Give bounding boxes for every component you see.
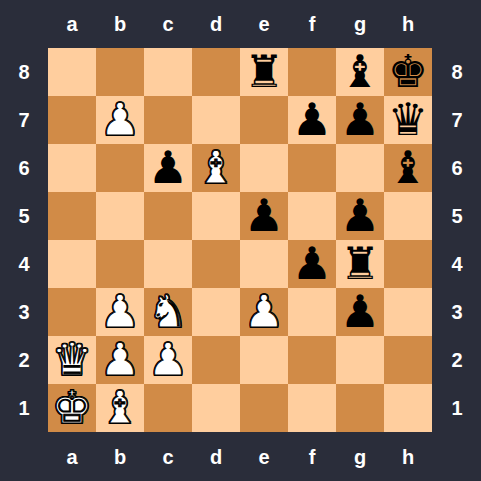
square-b5[interactable] [96, 192, 144, 240]
rank-labels-left: 87654321 [0, 48, 48, 432]
square-b6[interactable] [96, 144, 144, 192]
square-f1[interactable] [288, 384, 336, 432]
file-labels-bottom: abcdefgh [48, 433, 432, 481]
square-d2[interactable] [192, 336, 240, 384]
piece-black-bishop[interactable]: ♝ [388, 145, 428, 190]
square-a6[interactable] [48, 144, 96, 192]
piece-black-rook[interactable]: ♜ [340, 241, 380, 286]
piece-white-pawn[interactable]: ♟ [244, 289, 284, 334]
rank-label-3: 3 [0, 288, 48, 336]
piece-black-pawn[interactable]: ♟ [340, 97, 380, 142]
square-e7[interactable] [240, 96, 288, 144]
file-labels-top: abcdefgh [48, 0, 432, 48]
square-h1[interactable] [384, 384, 432, 432]
square-e5[interactable]: ♟ [240, 192, 288, 240]
square-d4[interactable] [192, 240, 240, 288]
file-label-g: g [336, 433, 384, 481]
rank-label-4: 4 [0, 240, 48, 288]
square-h6[interactable]: ♝ [384, 144, 432, 192]
file-label-c: c [144, 0, 192, 48]
file-label-b: b [96, 0, 144, 48]
file-label-d: d [192, 0, 240, 48]
square-h5[interactable] [384, 192, 432, 240]
chess-board-panel: abcdefgh 87654321 ♜♝♚♟♟♟♛♟♝♝♟♟♟♜♟♞♟♟♛♟♟♚… [0, 0, 481, 481]
square-e3[interactable]: ♟ [240, 288, 288, 336]
square-c7[interactable] [144, 96, 192, 144]
piece-black-pawn[interactable]: ♟ [244, 193, 284, 238]
rank-label-8: 8 [0, 48, 48, 96]
square-e2[interactable] [240, 336, 288, 384]
square-d3[interactable] [192, 288, 240, 336]
file-label-h: h [384, 0, 432, 48]
piece-white-pawn[interactable]: ♟ [148, 337, 188, 382]
piece-black-pawn[interactable]: ♟ [292, 241, 332, 286]
square-g2[interactable] [336, 336, 384, 384]
piece-white-pawn[interactable]: ♟ [100, 97, 140, 142]
file-label-a: a [48, 0, 96, 48]
square-a1[interactable]: ♚ [48, 384, 96, 432]
piece-black-bishop[interactable]: ♝ [340, 49, 380, 94]
piece-white-pawn[interactable]: ♟ [100, 289, 140, 334]
square-f8[interactable] [288, 48, 336, 96]
square-g1[interactable] [336, 384, 384, 432]
rank-label-6: 6 [0, 144, 48, 192]
square-c3[interactable]: ♞ [144, 288, 192, 336]
file-label-b: b [96, 433, 144, 481]
file-label-g: g [336, 0, 384, 48]
piece-black-king[interactable]: ♚ [388, 49, 428, 94]
square-c4[interactable] [144, 240, 192, 288]
square-h3[interactable] [384, 288, 432, 336]
square-a4[interactable] [48, 240, 96, 288]
square-d5[interactable] [192, 192, 240, 240]
square-g7[interactable]: ♟ [336, 96, 384, 144]
square-e1[interactable] [240, 384, 288, 432]
rank-label-1: 1 [0, 384, 48, 432]
square-e6[interactable] [240, 144, 288, 192]
piece-white-bishop[interactable]: ♝ [196, 145, 236, 190]
rank-labels-right: 87654321 [433, 48, 481, 432]
square-f2[interactable] [288, 336, 336, 384]
piece-black-pawn[interactable]: ♟ [148, 145, 188, 190]
square-d1[interactable] [192, 384, 240, 432]
square-a7[interactable] [48, 96, 96, 144]
square-g8[interactable]: ♝ [336, 48, 384, 96]
square-h4[interactable] [384, 240, 432, 288]
square-c5[interactable] [144, 192, 192, 240]
square-d7[interactable] [192, 96, 240, 144]
square-e8[interactable]: ♜ [240, 48, 288, 96]
piece-white-king[interactable]: ♚ [52, 385, 92, 430]
rank-label-4: 4 [433, 240, 481, 288]
square-b3[interactable]: ♟ [96, 288, 144, 336]
piece-white-pawn[interactable]: ♟ [100, 337, 140, 382]
file-label-e: e [240, 433, 288, 481]
square-b2[interactable]: ♟ [96, 336, 144, 384]
square-c8[interactable] [144, 48, 192, 96]
rank-label-2: 2 [0, 336, 48, 384]
rank-label-1: 1 [433, 384, 481, 432]
square-b8[interactable] [96, 48, 144, 96]
square-h8[interactable]: ♚ [384, 48, 432, 96]
piece-black-pawn[interactable]: ♟ [340, 193, 380, 238]
square-f3[interactable] [288, 288, 336, 336]
file-label-f: f [288, 0, 336, 48]
square-a2[interactable]: ♛ [48, 336, 96, 384]
file-label-f: f [288, 433, 336, 481]
rank-label-5: 5 [0, 192, 48, 240]
piece-white-bishop[interactable]: ♝ [100, 385, 140, 430]
square-f7[interactable]: ♟ [288, 96, 336, 144]
rank-label-5: 5 [433, 192, 481, 240]
piece-white-queen[interactable]: ♛ [52, 337, 92, 382]
square-g6[interactable] [336, 144, 384, 192]
square-f6[interactable] [288, 144, 336, 192]
piece-white-knight[interactable]: ♞ [148, 289, 188, 334]
square-g5[interactable]: ♟ [336, 192, 384, 240]
square-b1[interactable]: ♝ [96, 384, 144, 432]
square-f5[interactable] [288, 192, 336, 240]
file-label-h: h [384, 433, 432, 481]
square-c6[interactable]: ♟ [144, 144, 192, 192]
square-h7[interactable]: ♛ [384, 96, 432, 144]
piece-black-pawn[interactable]: ♟ [292, 97, 332, 142]
square-h2[interactable] [384, 336, 432, 384]
chess-board: ♜♝♚♟♟♟♛♟♝♝♟♟♟♜♟♞♟♟♛♟♟♚♝ [48, 48, 432, 432]
file-label-c: c [144, 433, 192, 481]
file-label-d: d [192, 433, 240, 481]
rank-label-6: 6 [433, 144, 481, 192]
rank-label-8: 8 [433, 48, 481, 96]
rank-label-3: 3 [433, 288, 481, 336]
square-d6[interactable]: ♝ [192, 144, 240, 192]
piece-black-rook[interactable]: ♜ [244, 49, 284, 94]
file-label-e: e [240, 0, 288, 48]
square-a8[interactable] [48, 48, 96, 96]
square-f4[interactable]: ♟ [288, 240, 336, 288]
square-c1[interactable] [144, 384, 192, 432]
piece-black-pawn[interactable]: ♟ [340, 289, 380, 334]
file-label-a: a [48, 433, 96, 481]
rank-label-7: 7 [0, 96, 48, 144]
piece-black-queen[interactable]: ♛ [388, 97, 428, 142]
square-a3[interactable] [48, 288, 96, 336]
rank-label-2: 2 [433, 336, 481, 384]
square-e4[interactable] [240, 240, 288, 288]
square-d8[interactable] [192, 48, 240, 96]
square-a5[interactable] [48, 192, 96, 240]
square-c2[interactable]: ♟ [144, 336, 192, 384]
rank-label-7: 7 [433, 96, 481, 144]
square-b4[interactable] [96, 240, 144, 288]
square-g3[interactable]: ♟ [336, 288, 384, 336]
square-g4[interactable]: ♜ [336, 240, 384, 288]
square-b7[interactable]: ♟ [96, 96, 144, 144]
